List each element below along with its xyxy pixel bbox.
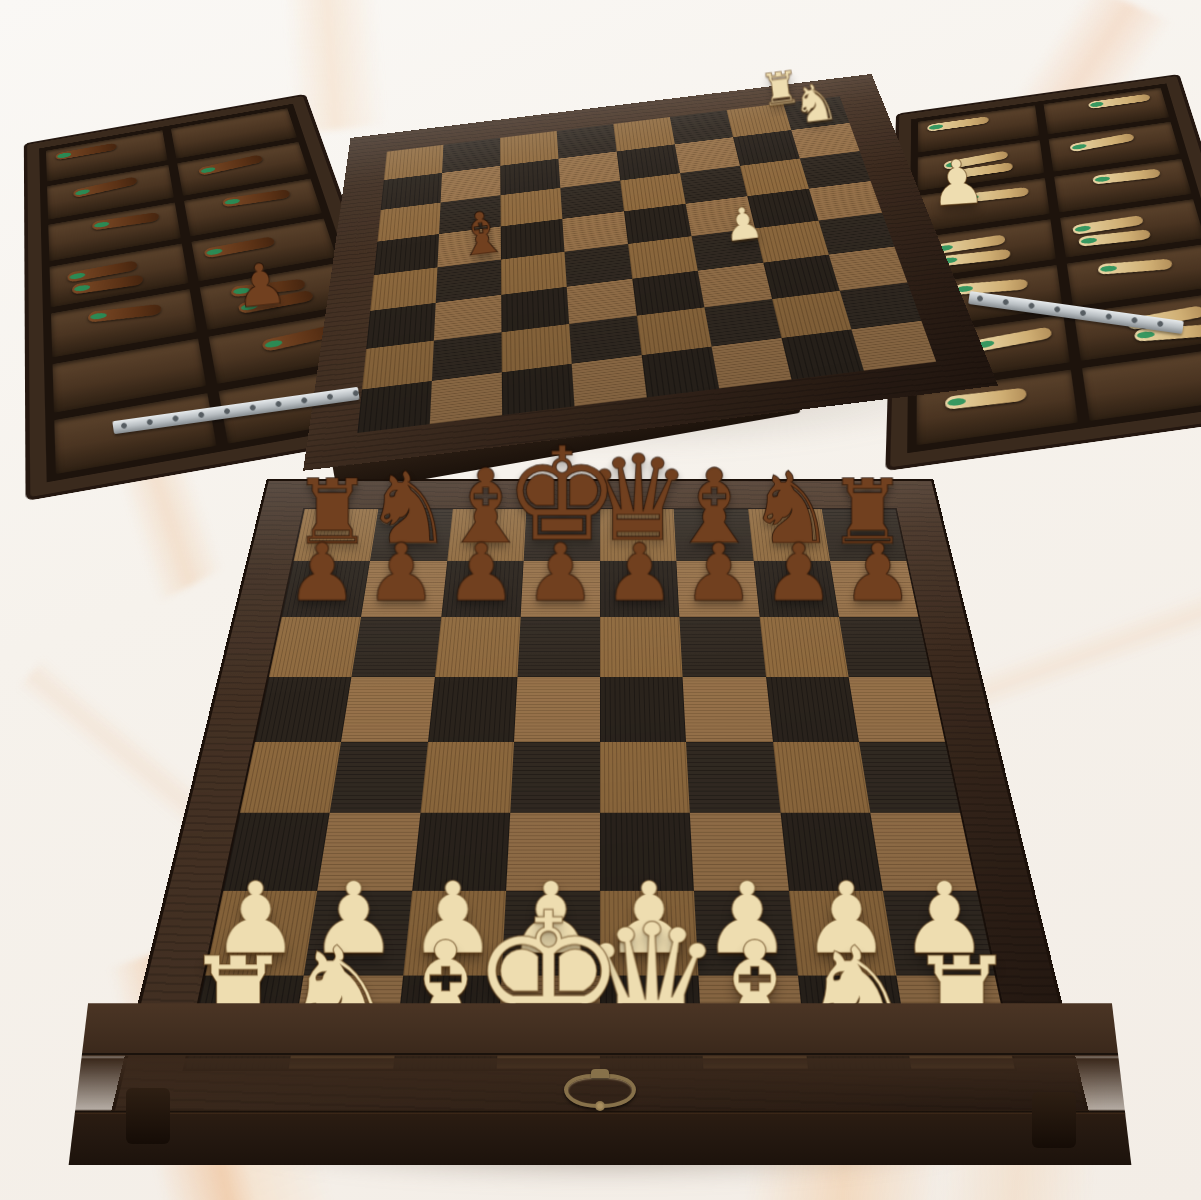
square[interactable] xyxy=(434,617,520,677)
square[interactable] xyxy=(600,617,683,677)
square[interactable] xyxy=(839,617,931,677)
square[interactable] xyxy=(361,561,447,617)
square[interactable] xyxy=(753,561,839,617)
square[interactable] xyxy=(255,677,352,742)
square[interactable] xyxy=(766,677,859,742)
square[interactable] xyxy=(600,509,677,561)
square[interactable] xyxy=(683,677,773,742)
square[interactable] xyxy=(514,677,600,742)
square[interactable] xyxy=(341,677,434,742)
square[interactable] xyxy=(600,561,680,617)
square[interactable] xyxy=(848,677,945,742)
square[interactable] xyxy=(600,677,686,742)
square[interactable] xyxy=(352,617,441,677)
drawer-pull-handle[interactable] xyxy=(564,1074,636,1108)
square[interactable] xyxy=(680,617,766,677)
square[interactable] xyxy=(523,509,600,561)
square[interactable] xyxy=(830,561,918,617)
square[interactable] xyxy=(370,509,452,561)
square[interactable] xyxy=(517,617,600,677)
square[interactable] xyxy=(447,509,526,561)
square[interactable] xyxy=(759,617,848,677)
square[interactable] xyxy=(748,509,830,561)
square[interactable] xyxy=(294,509,379,561)
square[interactable] xyxy=(520,561,600,617)
square[interactable] xyxy=(441,561,524,617)
box-foot-left xyxy=(126,1088,170,1144)
chess-box-front xyxy=(60,992,1140,1178)
square[interactable] xyxy=(822,509,907,561)
main-chess-box: ♜♞♝♚♛♝♞♜♟♟♟♟♟♟♟♟♟♟♟♟♟♟♟♟♜♞♝♚♛♝♞♜ xyxy=(0,0,1201,1200)
square[interactable] xyxy=(282,561,370,617)
square[interactable] xyxy=(428,677,518,742)
product-photo-scene: ♜♞♝♟ ♟ ♟ ♜♞♝♚♛♝♞♜♟♟♟♟♟♟♟♟♟♟♟♟♟♟♟♟♜♞♝♚♛♝♞… xyxy=(0,0,1201,1200)
square[interactable] xyxy=(269,617,361,677)
square[interactable] xyxy=(677,561,760,617)
box-foot-right xyxy=(1032,1092,1076,1148)
main-board: ♜♞♝♚♛♝♞♜♟♟♟♟♟♟♟♟♟♟♟♟♟♟♟♟♜♞♝♚♛♝♞♜ xyxy=(90,412,1110,1072)
square[interactable] xyxy=(674,509,753,561)
